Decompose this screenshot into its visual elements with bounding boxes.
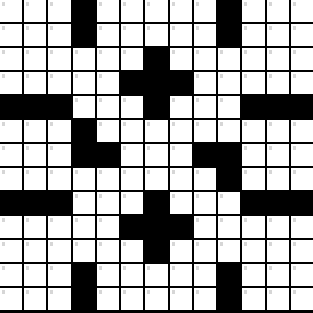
black-block-cell-r0c3 xyxy=(73,0,95,22)
white-entry-cell-r11c6[interactable] xyxy=(145,264,167,286)
white-entry-cell-r2c9[interactable] xyxy=(218,48,240,70)
white-entry-cell-r3c12[interactable] xyxy=(291,72,313,94)
white-entry-cell-r5c9[interactable] xyxy=(218,120,240,142)
white-entry-cell-r0c2[interactable] xyxy=(48,0,70,22)
white-entry-cell-r8c4[interactable] xyxy=(97,192,119,214)
white-entry-cell-r4c5[interactable] xyxy=(121,96,143,118)
white-entry-cell-r1c12[interactable] xyxy=(291,24,313,46)
white-entry-cell-r0c0[interactable] xyxy=(0,0,22,22)
white-entry-cell-r12c8[interactable] xyxy=(194,288,216,310)
white-entry-cell-r7c1[interactable] xyxy=(24,168,46,190)
white-entry-cell-r0c4[interactable] xyxy=(97,0,119,22)
white-entry-cell-r7c12[interactable] xyxy=(291,168,313,190)
black-block-cell-r8c10 xyxy=(242,192,264,214)
white-entry-cell-r7c11[interactable] xyxy=(267,168,289,190)
white-entry-cell-r0c10[interactable] xyxy=(242,0,264,22)
white-entry-cell-r5c2[interactable] xyxy=(48,120,70,142)
white-entry-cell-r2c4[interactable] xyxy=(97,48,119,70)
black-block-cell-r0c9 xyxy=(218,0,240,22)
black-block-cell-r4c12 xyxy=(291,96,313,118)
black-block-cell-r12c9 xyxy=(218,288,240,310)
white-entry-cell-r11c10[interactable] xyxy=(242,264,264,286)
black-block-cell-r4c6 xyxy=(145,96,167,118)
white-entry-cell-r11c1[interactable] xyxy=(24,264,46,286)
black-block-cell-r12c3 xyxy=(73,288,95,310)
white-entry-cell-r5c7[interactable] xyxy=(170,120,192,142)
white-entry-cell-r10c7[interactable] xyxy=(170,240,192,262)
white-entry-cell-r6c5[interactable] xyxy=(121,144,143,166)
black-block-cell-r9c6 xyxy=(145,216,167,238)
black-block-cell-r2c6 xyxy=(145,48,167,70)
white-entry-cell-r12c5[interactable] xyxy=(121,288,143,310)
white-entry-cell-r7c5[interactable] xyxy=(121,168,143,190)
black-block-cell-r9c5 xyxy=(121,216,143,238)
white-entry-cell-r1c10[interactable] xyxy=(242,24,264,46)
white-entry-cell-r1c2[interactable] xyxy=(48,24,70,46)
black-block-cell-r3c6 xyxy=(145,72,167,94)
white-entry-cell-r12c4[interactable] xyxy=(97,288,119,310)
white-entry-cell-r10c8[interactable] xyxy=(194,240,216,262)
white-entry-cell-r12c11[interactable] xyxy=(267,288,289,310)
black-block-cell-r4c2 xyxy=(48,96,70,118)
black-block-cell-r10c6 xyxy=(145,240,167,262)
white-entry-cell-r10c1[interactable] xyxy=(24,240,46,262)
white-entry-cell-r4c4[interactable] xyxy=(97,96,119,118)
black-block-cell-r6c9 xyxy=(218,144,240,166)
white-entry-cell-r1c1[interactable] xyxy=(24,24,46,46)
white-entry-cell-r10c12[interactable] xyxy=(291,240,313,262)
white-entry-cell-r1c0[interactable] xyxy=(0,24,22,46)
black-block-cell-r8c0 xyxy=(0,192,22,214)
white-entry-cell-r2c1[interactable] xyxy=(24,48,46,70)
black-block-cell-r3c5 xyxy=(121,72,143,94)
white-entry-cell-r11c0[interactable] xyxy=(0,264,22,286)
black-block-cell-r3c7 xyxy=(170,72,192,94)
white-entry-cell-r1c4[interactable] xyxy=(97,24,119,46)
white-entry-cell-r3c9[interactable] xyxy=(218,72,240,94)
white-entry-cell-r8c3[interactable] xyxy=(73,192,95,214)
white-entry-cell-r3c3[interactable] xyxy=(73,72,95,94)
white-entry-cell-r4c8[interactable] xyxy=(194,96,216,118)
white-entry-cell-r0c6[interactable] xyxy=(145,0,167,22)
white-entry-cell-r0c1[interactable] xyxy=(24,0,46,22)
white-entry-cell-r2c11[interactable] xyxy=(267,48,289,70)
black-block-cell-r8c1 xyxy=(24,192,46,214)
white-entry-cell-r2c12[interactable] xyxy=(291,48,313,70)
white-entry-cell-r10c9[interactable] xyxy=(218,240,240,262)
white-entry-cell-r6c11[interactable] xyxy=(267,144,289,166)
black-block-cell-r8c11 xyxy=(267,192,289,214)
white-entry-cell-r4c9[interactable] xyxy=(218,96,240,118)
white-entry-cell-r1c7[interactable] xyxy=(170,24,192,46)
white-entry-cell-r5c10[interactable] xyxy=(242,120,264,142)
white-entry-cell-r8c8[interactable] xyxy=(194,192,216,214)
white-entry-cell-r11c12[interactable] xyxy=(291,264,313,286)
black-block-cell-r6c8 xyxy=(194,144,216,166)
white-entry-cell-r12c7[interactable] xyxy=(170,288,192,310)
white-entry-cell-r11c11[interactable] xyxy=(267,264,289,286)
white-entry-cell-r2c8[interactable] xyxy=(194,48,216,70)
white-entry-cell-r7c2[interactable] xyxy=(48,168,70,190)
white-entry-cell-r8c9[interactable] xyxy=(218,192,240,214)
white-entry-cell-r12c12[interactable] xyxy=(291,288,313,310)
white-entry-cell-r6c10[interactable] xyxy=(242,144,264,166)
white-entry-cell-r10c10[interactable] xyxy=(242,240,264,262)
white-entry-cell-r1c5[interactable] xyxy=(121,24,143,46)
white-entry-cell-r3c1[interactable] xyxy=(24,72,46,94)
white-entry-cell-r7c4[interactable] xyxy=(97,168,119,190)
black-block-cell-r8c2 xyxy=(48,192,70,214)
white-entry-cell-r5c8[interactable] xyxy=(194,120,216,142)
white-entry-cell-r6c12[interactable] xyxy=(291,144,313,166)
black-block-cell-r8c6 xyxy=(145,192,167,214)
white-entry-cell-r9c10[interactable] xyxy=(242,216,264,238)
white-entry-cell-r3c8[interactable] xyxy=(194,72,216,94)
white-entry-cell-r9c4[interactable] xyxy=(97,216,119,238)
white-entry-cell-r0c7[interactable] xyxy=(170,0,192,22)
white-entry-cell-r7c8[interactable] xyxy=(194,168,216,190)
white-entry-cell-r3c2[interactable] xyxy=(48,72,70,94)
white-entry-cell-r8c7[interactable] xyxy=(170,192,192,214)
white-entry-cell-r6c7[interactable] xyxy=(170,144,192,166)
black-block-cell-r4c10 xyxy=(242,96,264,118)
black-block-cell-r9c7 xyxy=(170,216,192,238)
white-entry-cell-r9c2[interactable] xyxy=(48,216,70,238)
black-block-cell-r1c3 xyxy=(73,24,95,46)
white-entry-cell-r5c11[interactable] xyxy=(267,120,289,142)
white-entry-cell-r5c5[interactable] xyxy=(121,120,143,142)
black-block-cell-r11c9 xyxy=(218,264,240,286)
white-entry-cell-r9c12[interactable] xyxy=(291,216,313,238)
white-entry-cell-r0c5[interactable] xyxy=(121,0,143,22)
white-entry-cell-r10c5[interactable] xyxy=(121,240,143,262)
white-entry-cell-r9c3[interactable] xyxy=(73,216,95,238)
white-entry-cell-r5c6[interactable] xyxy=(145,120,167,142)
white-entry-cell-r12c10[interactable] xyxy=(242,288,264,310)
black-block-cell-r8c12 xyxy=(291,192,313,214)
white-entry-cell-r3c0[interactable] xyxy=(0,72,22,94)
white-entry-cell-r12c2[interactable] xyxy=(48,288,70,310)
white-entry-cell-r5c1[interactable] xyxy=(24,120,46,142)
white-entry-cell-r0c8[interactable] xyxy=(194,0,216,22)
white-entry-cell-r9c9[interactable] xyxy=(218,216,240,238)
white-entry-cell-r10c4[interactable] xyxy=(97,240,119,262)
black-block-cell-r4c1 xyxy=(24,96,46,118)
white-entry-cell-r12c6[interactable] xyxy=(145,288,167,310)
white-entry-cell-r7c7[interactable] xyxy=(170,168,192,190)
white-entry-cell-r9c1[interactable] xyxy=(24,216,46,238)
white-entry-cell-r11c5[interactable] xyxy=(121,264,143,286)
white-entry-cell-r2c3[interactable] xyxy=(73,48,95,70)
black-block-cell-r7c9 xyxy=(218,168,240,190)
white-entry-cell-r8c5[interactable] xyxy=(121,192,143,214)
black-block-cell-r4c11 xyxy=(267,96,289,118)
white-entry-cell-r3c4[interactable] xyxy=(97,72,119,94)
white-entry-cell-r6c1[interactable] xyxy=(24,144,46,166)
black-block-cell-r4c0 xyxy=(0,96,22,118)
black-block-cell-r5c3 xyxy=(73,120,95,142)
white-entry-cell-r5c4[interactable] xyxy=(97,120,119,142)
white-entry-cell-r2c7[interactable] xyxy=(170,48,192,70)
black-block-cell-r11c3 xyxy=(73,264,95,286)
white-entry-cell-r11c2[interactable] xyxy=(48,264,70,286)
white-entry-cell-r5c0[interactable] xyxy=(0,120,22,142)
white-entry-cell-r10c2[interactable] xyxy=(48,240,70,262)
white-entry-cell-r10c3[interactable] xyxy=(73,240,95,262)
white-entry-cell-r10c11[interactable] xyxy=(267,240,289,262)
white-entry-cell-r6c0[interactable] xyxy=(0,144,22,166)
white-entry-cell-r6c2[interactable] xyxy=(48,144,70,166)
white-entry-cell-r3c10[interactable] xyxy=(242,72,264,94)
white-entry-cell-r12c0[interactable] xyxy=(0,288,22,310)
white-entry-cell-r6c6[interactable] xyxy=(145,144,167,166)
black-block-cell-r6c4 xyxy=(97,144,119,166)
white-entry-cell-r1c11[interactable] xyxy=(267,24,289,46)
white-entry-cell-r7c0[interactable] xyxy=(0,168,22,190)
white-entry-cell-r10c0[interactable] xyxy=(0,240,22,262)
black-block-cell-r1c9 xyxy=(218,24,240,46)
white-entry-cell-r7c10[interactable] xyxy=(242,168,264,190)
white-entry-cell-r5c12[interactable] xyxy=(291,120,313,142)
white-entry-cell-r11c7[interactable] xyxy=(170,264,192,286)
white-entry-cell-r7c3[interactable] xyxy=(73,168,95,190)
white-entry-cell-r11c4[interactable] xyxy=(97,264,119,286)
black-block-cell-r6c3 xyxy=(73,144,95,166)
white-entry-cell-r9c8[interactable] xyxy=(194,216,216,238)
crossword-grid xyxy=(0,0,313,313)
white-entry-cell-r4c7[interactable] xyxy=(170,96,192,118)
white-entry-cell-r2c5[interactable] xyxy=(121,48,143,70)
white-entry-cell-r12c1[interactable] xyxy=(24,288,46,310)
white-entry-cell-r2c10[interactable] xyxy=(242,48,264,70)
white-entry-cell-r3c11[interactable] xyxy=(267,72,289,94)
white-entry-cell-r4c3[interactable] xyxy=(73,96,95,118)
white-entry-cell-r1c8[interactable] xyxy=(194,24,216,46)
white-entry-cell-r1c6[interactable] xyxy=(145,24,167,46)
white-entry-cell-r7c6[interactable] xyxy=(145,168,167,190)
white-entry-cell-r9c11[interactable] xyxy=(267,216,289,238)
white-entry-cell-r2c0[interactable] xyxy=(0,48,22,70)
white-entry-cell-r9c0[interactable] xyxy=(0,216,22,238)
white-entry-cell-r0c11[interactable] xyxy=(267,0,289,22)
white-entry-cell-r11c8[interactable] xyxy=(194,264,216,286)
white-entry-cell-r0c12[interactable] xyxy=(291,0,313,22)
white-entry-cell-r2c2[interactable] xyxy=(48,48,70,70)
